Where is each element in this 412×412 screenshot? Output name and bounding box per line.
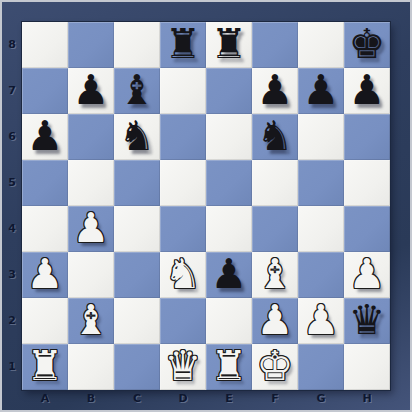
file-label-b: B <box>68 390 114 410</box>
white-bishop-b2[interactable]: ♝ <box>68 298 114 344</box>
white-pawn-f2[interactable]: ♟ <box>252 298 298 344</box>
square-e5[interactable] <box>206 160 252 206</box>
square-g8[interactable] <box>298 22 344 68</box>
square-a8[interactable] <box>22 22 68 68</box>
white-pawn-b4[interactable]: ♟ <box>68 206 114 252</box>
square-b7[interactable]: ♟ <box>68 68 114 114</box>
square-d4[interactable] <box>160 206 206 252</box>
square-a2[interactable] <box>22 298 68 344</box>
square-f2[interactable]: ♟ <box>252 298 298 344</box>
square-g7[interactable]: ♟ <box>298 68 344 114</box>
chess-board-window: 87654321 ♜♜♚♟♝♟♟♟♟♞♞♟♟♞♟♝♟♝♟♟♛♜♛♜♚ ABCDE… <box>0 0 412 412</box>
black-king-h8[interactable]: ♚ <box>344 22 390 68</box>
square-g2[interactable]: ♟ <box>298 298 344 344</box>
square-e1[interactable]: ♜ <box>206 344 252 390</box>
square-a4[interactable] <box>22 206 68 252</box>
square-f5[interactable] <box>252 160 298 206</box>
rank-label-4: 4 <box>2 206 22 252</box>
square-d3[interactable]: ♞ <box>160 252 206 298</box>
file-labels: ABCDEFGH <box>22 390 390 410</box>
square-f8[interactable] <box>252 22 298 68</box>
square-e3[interactable]: ♟ <box>206 252 252 298</box>
square-d1[interactable]: ♛ <box>160 344 206 390</box>
square-c8[interactable] <box>114 22 160 68</box>
black-pawn-g7[interactable]: ♟ <box>298 68 344 114</box>
square-e7[interactable] <box>206 68 252 114</box>
file-label-h: H <box>344 390 390 410</box>
black-knight-f6[interactable]: ♞ <box>252 114 298 160</box>
white-king-f1[interactable]: ♚ <box>252 344 298 390</box>
square-f1[interactable]: ♚ <box>252 344 298 390</box>
square-c6[interactable]: ♞ <box>114 114 160 160</box>
square-g6[interactable] <box>298 114 344 160</box>
black-knight-c6[interactable]: ♞ <box>114 114 160 160</box>
square-c4[interactable] <box>114 206 160 252</box>
rank-label-6: 6 <box>2 114 22 160</box>
square-g5[interactable] <box>298 160 344 206</box>
square-f6[interactable]: ♞ <box>252 114 298 160</box>
black-rook-d8[interactable]: ♜ <box>160 22 206 68</box>
square-d6[interactable] <box>160 114 206 160</box>
square-a5[interactable] <box>22 160 68 206</box>
square-h6[interactable] <box>344 114 390 160</box>
black-pawn-e3[interactable]: ♟ <box>206 252 252 298</box>
black-pawn-h7[interactable]: ♟ <box>344 68 390 114</box>
rank-label-2: 2 <box>2 298 22 344</box>
black-pawn-b7[interactable]: ♟ <box>68 68 114 114</box>
square-b3[interactable] <box>68 252 114 298</box>
square-g3[interactable] <box>298 252 344 298</box>
file-label-d: D <box>160 390 206 410</box>
square-e6[interactable] <box>206 114 252 160</box>
square-h4[interactable] <box>344 206 390 252</box>
square-d8[interactable]: ♜ <box>160 22 206 68</box>
square-e2[interactable] <box>206 298 252 344</box>
square-c1[interactable] <box>114 344 160 390</box>
square-g4[interactable] <box>298 206 344 252</box>
black-queen-h2[interactable]: ♛ <box>344 298 390 344</box>
square-h5[interactable] <box>344 160 390 206</box>
square-a7[interactable] <box>22 68 68 114</box>
square-e4[interactable] <box>206 206 252 252</box>
square-d2[interactable] <box>160 298 206 344</box>
square-f7[interactable]: ♟ <box>252 68 298 114</box>
white-queen-d1[interactable]: ♛ <box>160 344 206 390</box>
square-f3[interactable]: ♝ <box>252 252 298 298</box>
black-pawn-f7[interactable]: ♟ <box>252 68 298 114</box>
square-g1[interactable] <box>298 344 344 390</box>
square-h8[interactable]: ♚ <box>344 22 390 68</box>
square-b2[interactable]: ♝ <box>68 298 114 344</box>
square-b1[interactable] <box>68 344 114 390</box>
square-h2[interactable]: ♛ <box>344 298 390 344</box>
square-c5[interactable] <box>114 160 160 206</box>
white-rook-a1[interactable]: ♜ <box>22 344 68 390</box>
black-rook-e8[interactable]: ♜ <box>206 22 252 68</box>
square-h1[interactable] <box>344 344 390 390</box>
rank-label-5: 5 <box>2 160 22 206</box>
white-pawn-g2[interactable]: ♟ <box>298 298 344 344</box>
white-rook-e1[interactable]: ♜ <box>206 344 252 390</box>
square-d5[interactable] <box>160 160 206 206</box>
file-label-g: G <box>298 390 344 410</box>
rank-label-7: 7 <box>2 68 22 114</box>
rank-label-8: 8 <box>2 22 22 68</box>
black-bishop-c7[interactable]: ♝ <box>114 68 160 114</box>
file-label-f: F <box>252 390 298 410</box>
white-pawn-a3[interactable]: ♟ <box>22 252 68 298</box>
chess-board[interactable]: ♜♜♚♟♝♟♟♟♟♞♞♟♟♞♟♝♟♝♟♟♛♜♛♜♚ <box>22 22 390 390</box>
rank-label-3: 3 <box>2 252 22 298</box>
square-c7[interactable]: ♝ <box>114 68 160 114</box>
white-knight-d3[interactable]: ♞ <box>160 252 206 298</box>
square-h3[interactable]: ♟ <box>344 252 390 298</box>
file-label-e: E <box>206 390 252 410</box>
black-pawn-a6[interactable]: ♟ <box>22 114 68 160</box>
square-d7[interactable] <box>160 68 206 114</box>
file-label-c: C <box>114 390 160 410</box>
square-a1[interactable]: ♜ <box>22 344 68 390</box>
square-e8[interactable]: ♜ <box>206 22 252 68</box>
square-h7[interactable]: ♟ <box>344 68 390 114</box>
square-b8[interactable] <box>68 22 114 68</box>
rank-label-1: 1 <box>2 344 22 390</box>
white-bishop-f3[interactable]: ♝ <box>252 252 298 298</box>
rank-labels: 87654321 <box>2 22 22 390</box>
file-label-a: A <box>22 390 68 410</box>
square-c3[interactable] <box>114 252 160 298</box>
square-b4[interactable]: ♟ <box>68 206 114 252</box>
white-pawn-h3[interactable]: ♟ <box>344 252 390 298</box>
square-c2[interactable] <box>114 298 160 344</box>
square-a6[interactable]: ♟ <box>22 114 68 160</box>
square-f4[interactable] <box>252 206 298 252</box>
square-b5[interactable] <box>68 160 114 206</box>
square-b6[interactable] <box>68 114 114 160</box>
square-a3[interactable]: ♟ <box>22 252 68 298</box>
